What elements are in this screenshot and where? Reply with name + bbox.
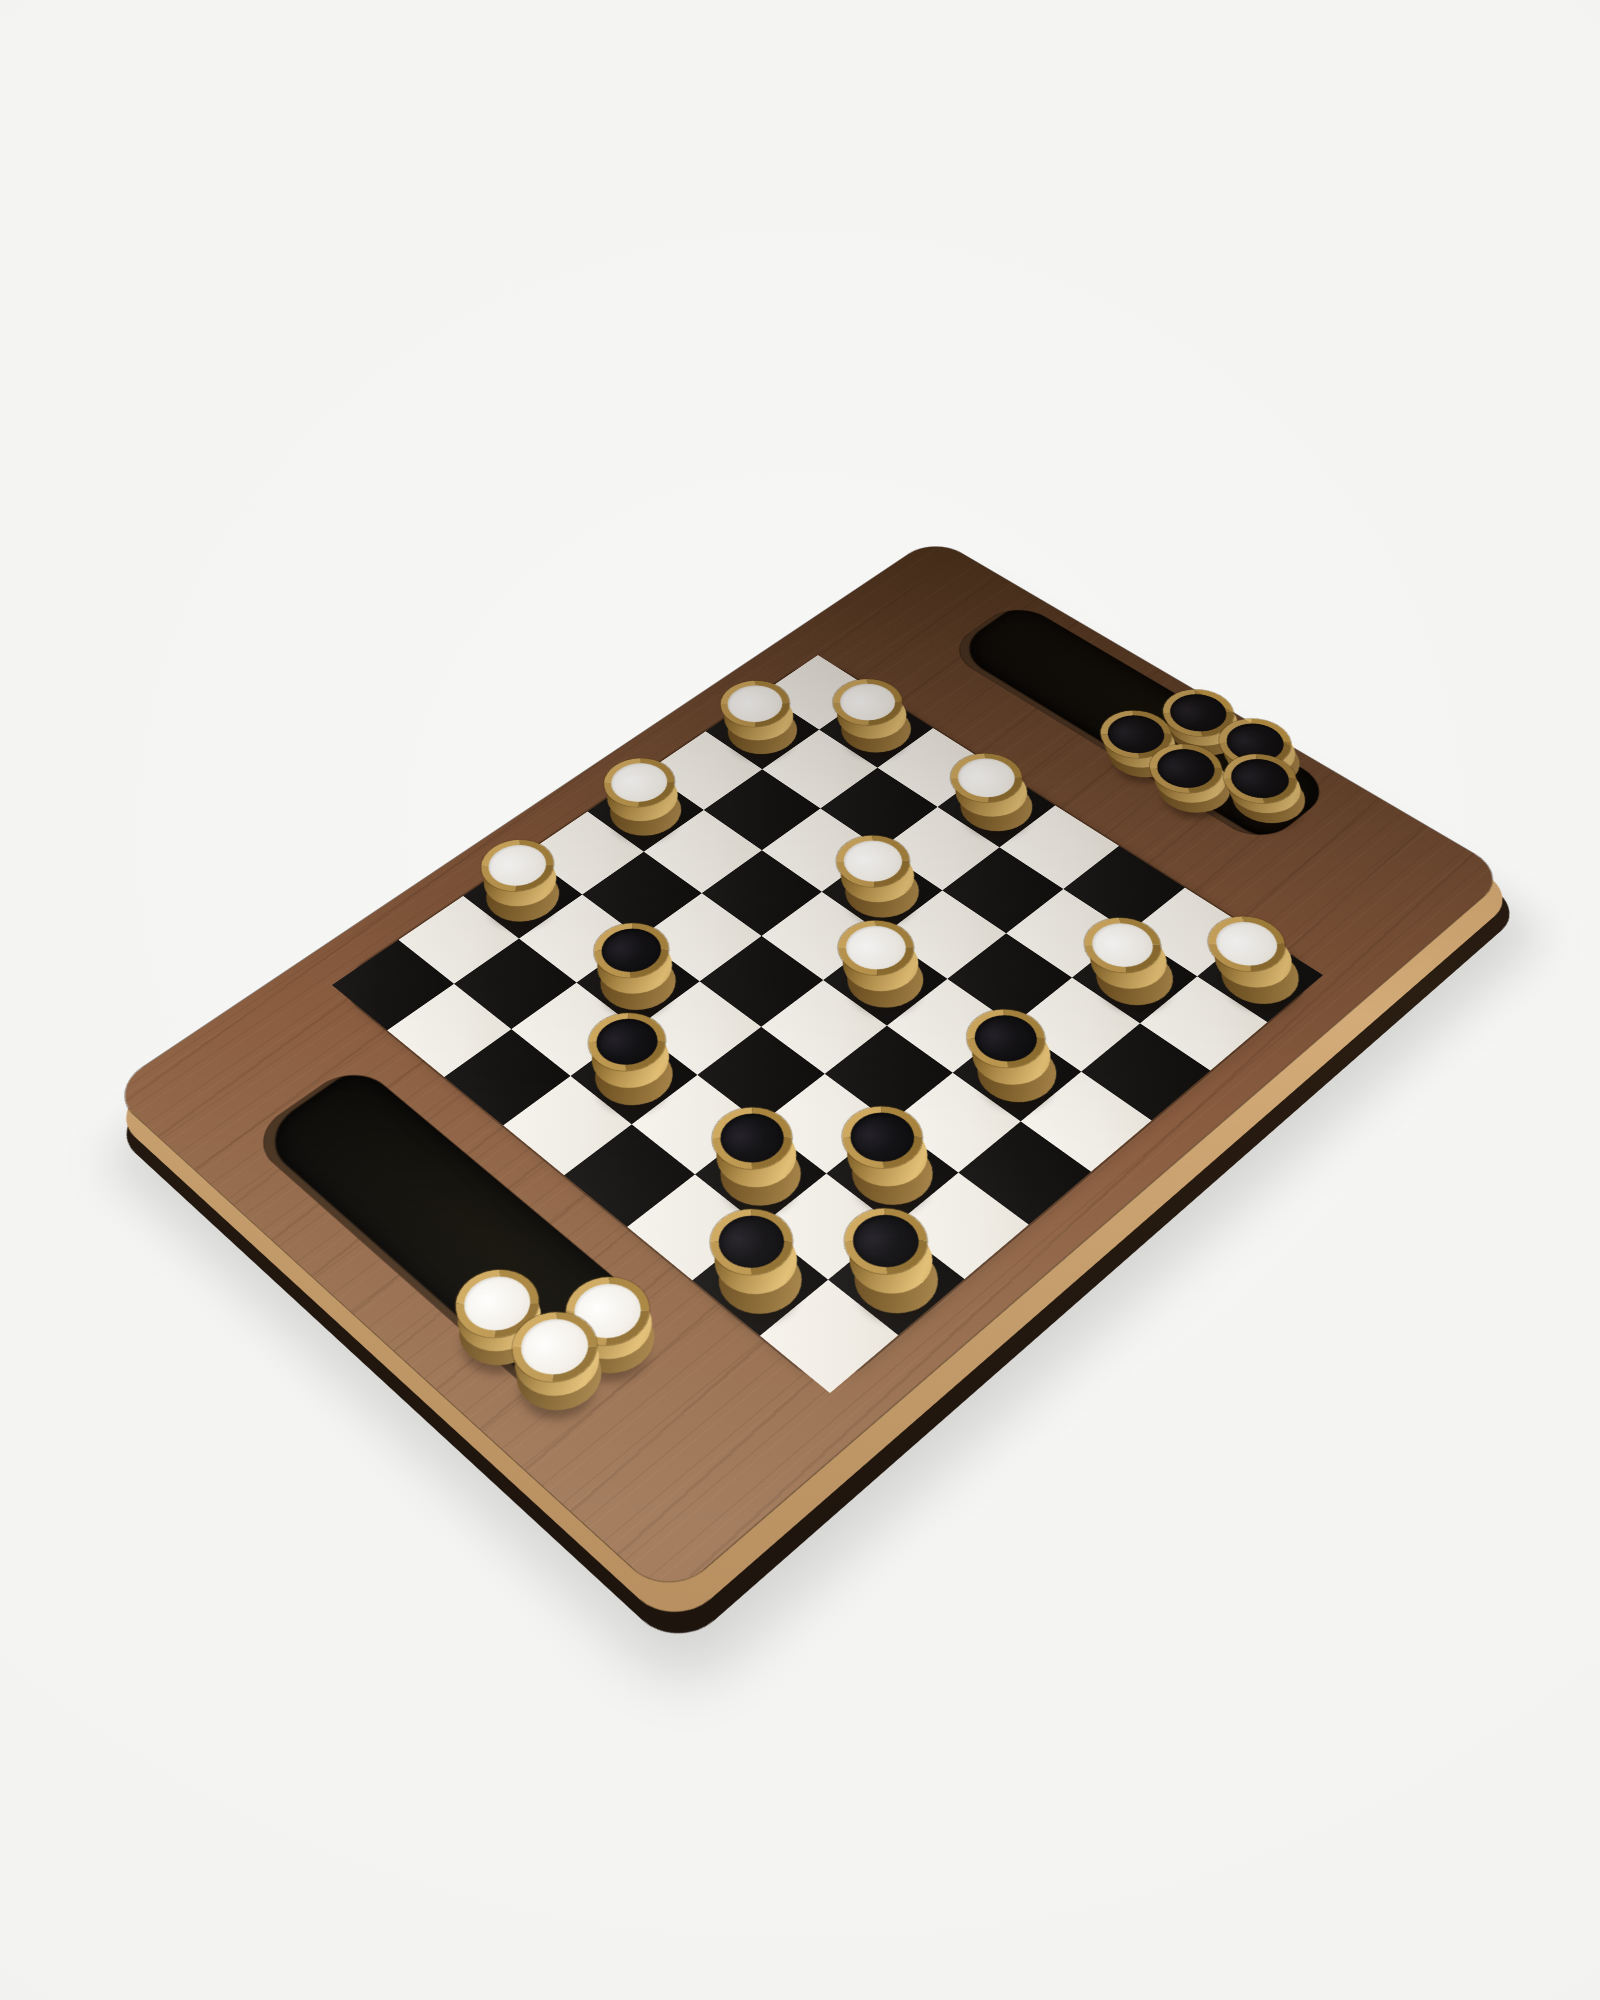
- white-checker[interactable]: [595, 776, 696, 846]
- black-checker[interactable]: [704, 1130, 818, 1219]
- black-checker[interactable]: [835, 1129, 949, 1218]
- black-checker-captured[interactable]: [1217, 763, 1320, 833]
- black-checker[interactable]: [837, 1232, 955, 1327]
- black-checker[interactable]: [701, 1233, 819, 1328]
- black-checker[interactable]: [585, 943, 692, 1022]
- black-checker[interactable]: [961, 1031, 1072, 1115]
- white-checker[interactable]: [713, 698, 811, 764]
- white-checker[interactable]: [830, 854, 934, 928]
- white-checker[interactable]: [471, 859, 574, 933]
- black-checker[interactable]: [579, 1034, 689, 1118]
- white-checker[interactable]: [1080, 938, 1189, 1017]
- checkers-board: [108, 537, 1509, 1600]
- white-checker[interactable]: [945, 771, 1047, 841]
- white-checker[interactable]: [831, 941, 939, 1020]
- product-photo-stage: [0, 0, 1600, 2000]
- white-checker[interactable]: [1206, 937, 1315, 1016]
- white-checker[interactable]: [827, 696, 926, 762]
